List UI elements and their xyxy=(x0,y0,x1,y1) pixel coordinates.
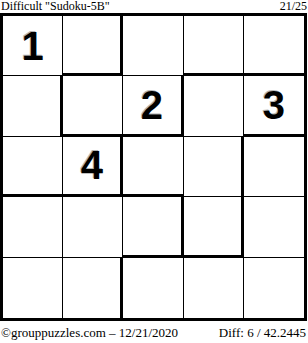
cell-r5c5[interactable] xyxy=(244,258,304,318)
cell-r4c5[interactable] xyxy=(244,197,304,257)
cell-r1c1[interactable]: 1 xyxy=(3,16,63,76)
cell-r5c2[interactable] xyxy=(63,258,123,318)
page-title: Difficult "Sudoku-5B" xyxy=(1,0,110,13)
progress-counter: 21/25 xyxy=(280,0,307,13)
cell-r3c4[interactable] xyxy=(184,137,244,197)
given-digit: 4 xyxy=(81,145,103,185)
cell-r3c1[interactable] xyxy=(3,137,63,197)
cell-r2c4[interactable] xyxy=(184,76,244,136)
cell-r3c3[interactable] xyxy=(123,137,183,197)
cell-r1c4[interactable] xyxy=(184,16,244,76)
given-digit: 1 xyxy=(21,26,43,66)
cell-r2c3[interactable]: 2 xyxy=(123,76,183,136)
cell-r2c1[interactable] xyxy=(3,76,63,136)
cell-r1c3[interactable] xyxy=(123,16,183,76)
cell-r4c4[interactable] xyxy=(184,197,244,257)
cell-r1c5[interactable] xyxy=(244,16,304,76)
copyright-credit: ©grouppuzzles.com – 12/21/2020 xyxy=(1,325,178,341)
cell-r5c1[interactable] xyxy=(3,258,63,318)
cell-r2c2[interactable] xyxy=(63,76,123,136)
sudoku-board: 1234 xyxy=(0,13,307,321)
cell-r4c1[interactable] xyxy=(3,197,63,257)
given-digit: 2 xyxy=(141,85,163,125)
cell-r5c3[interactable] xyxy=(123,258,183,318)
footer: ©grouppuzzles.com – 12/21/2020 Diff: 6 /… xyxy=(0,323,308,343)
header: Difficult "Sudoku-5B" 21/25 xyxy=(0,0,308,13)
cell-r1c2[interactable] xyxy=(63,16,123,76)
difficulty-stat: Diff: 6 / 42.2445 xyxy=(219,325,306,341)
given-digit: 3 xyxy=(263,85,285,125)
cell-r2c5[interactable]: 3 xyxy=(244,76,304,136)
cell-r5c4[interactable] xyxy=(184,258,244,318)
cell-r4c3[interactable] xyxy=(123,197,183,257)
cell-r3c2[interactable]: 4 xyxy=(63,137,123,197)
cell-r3c5[interactable] xyxy=(244,137,304,197)
cell-r4c2[interactable] xyxy=(63,197,123,257)
